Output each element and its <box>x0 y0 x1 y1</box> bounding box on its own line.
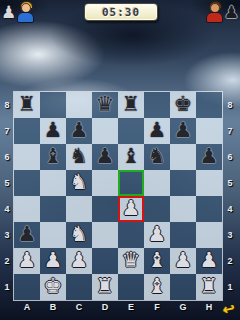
square-b5[interactable] <box>40 170 66 196</box>
undo-button[interactable]: ↩ <box>218 299 239 319</box>
square-b4[interactable] <box>40 196 66 222</box>
piece-white-king: ♚ <box>40 274 66 300</box>
square-f7[interactable]: ♟ <box>144 118 170 144</box>
square-e6[interactable]: ♝ <box>118 144 144 170</box>
square-h4[interactable] <box>196 196 222 222</box>
piece-white-pawn: ♟ <box>196 248 222 274</box>
piece-white-knight: ♞ <box>66 222 92 248</box>
square-c3[interactable]: ♞ <box>66 222 92 248</box>
square-b6[interactable]: ♝ <box>40 144 66 170</box>
piece-black-rook: ♜ <box>14 92 40 118</box>
piece-white-bishop: ♝ <box>144 274 170 300</box>
piece-white-bishop: ♝ <box>144 248 170 274</box>
square-f4[interactable] <box>144 196 170 222</box>
rank-label-2: 2 <box>222 248 238 274</box>
square-g7[interactable]: ♟ <box>170 118 196 144</box>
square-e8[interactable]: ♜ <box>118 92 144 118</box>
square-b2[interactable]: ♟ <box>40 248 66 274</box>
square-a6[interactable] <box>14 144 40 170</box>
square-h1[interactable]: ♜ <box>196 274 222 300</box>
app-screen: ♟ 05:30 ♟ 87654321 ♜♛♜♚♟♟♟♟♝♞♟♝♞♟♞♟♟♞♟♟♟… <box>0 0 240 320</box>
square-e7[interactable] <box>118 118 144 144</box>
square-c8[interactable] <box>66 92 92 118</box>
square-c7[interactable]: ♟ <box>66 118 92 144</box>
piece-white-rook: ♜ <box>92 274 118 300</box>
white-player-group: ♟ <box>1 1 34 23</box>
square-f1[interactable]: ♝ <box>144 274 170 300</box>
square-d1[interactable]: ♜ <box>92 274 118 300</box>
rank-label-2: 2 <box>0 248 14 274</box>
rank-label-6: 6 <box>0 144 14 170</box>
square-e4[interactable]: ♟ <box>118 196 144 222</box>
piece-white-pawn: ♟ <box>144 222 170 248</box>
white-player-avatar <box>17 1 34 23</box>
piece-white-pawn: ♟ <box>14 248 40 274</box>
piece-white-pawn: ♟ <box>170 248 196 274</box>
square-h7[interactable] <box>196 118 222 144</box>
piece-black-rook: ♜ <box>118 92 144 118</box>
piece-white-pawn: ♟ <box>40 248 66 274</box>
rank-label-6: 6 <box>222 144 238 170</box>
file-label-b: B <box>40 300 66 314</box>
chess-board: ♜♛♜♚♟♟♟♟♝♞♟♝♞♟♞♟♟♞♟♟♟♟♛♝♟♟♚♜♝♜ <box>14 92 222 300</box>
square-e2[interactable]: ♛ <box>118 248 144 274</box>
square-d6[interactable]: ♟ <box>92 144 118 170</box>
file-label-c: C <box>66 300 92 314</box>
file-labels: ABCDEFGH <box>14 300 222 314</box>
square-d7[interactable] <box>92 118 118 144</box>
piece-black-king: ♚ <box>170 92 196 118</box>
avatar-shirt <box>206 12 223 23</box>
game-clock: 05:30 <box>84 3 158 21</box>
square-g8[interactable]: ♚ <box>170 92 196 118</box>
piece-black-pawn: ♟ <box>196 144 222 170</box>
rank-label-8: 8 <box>222 92 238 118</box>
square-g6[interactable] <box>170 144 196 170</box>
square-c5[interactable]: ♞ <box>66 170 92 196</box>
file-label-g: G <box>170 300 196 314</box>
square-h5[interactable] <box>196 170 222 196</box>
piece-black-pawn: ♟ <box>14 222 40 248</box>
square-g3[interactable] <box>170 222 196 248</box>
square-a5[interactable] <box>14 170 40 196</box>
piece-black-bishop: ♝ <box>40 144 66 170</box>
rank-label-7: 7 <box>222 118 238 144</box>
piece-black-pawn: ♟ <box>40 118 66 144</box>
square-d2[interactable] <box>92 248 118 274</box>
rank-label-1: 1 <box>222 274 238 300</box>
rank-labels-left: 87654321 <box>0 92 14 300</box>
square-g4[interactable] <box>170 196 196 222</box>
square-d4[interactable] <box>92 196 118 222</box>
rank-label-4: 4 <box>0 196 14 222</box>
square-d5[interactable] <box>92 170 118 196</box>
black-pawn-icon: ♟ <box>224 1 239 23</box>
piece-black-knight: ♞ <box>144 144 170 170</box>
piece-black-knight: ♞ <box>66 144 92 170</box>
square-e3[interactable] <box>118 222 144 248</box>
square-a3[interactable]: ♟ <box>14 222 40 248</box>
square-h8[interactable] <box>196 92 222 118</box>
rank-label-4: 4 <box>222 196 238 222</box>
square-g2[interactable]: ♟ <box>170 248 196 274</box>
square-e1[interactable] <box>118 274 144 300</box>
square-a2[interactable]: ♟ <box>14 248 40 274</box>
square-c2[interactable]: ♟ <box>66 248 92 274</box>
piece-black-pawn: ♟ <box>144 118 170 144</box>
square-b7[interactable]: ♟ <box>40 118 66 144</box>
black-player-group: ♟ <box>206 1 239 23</box>
square-g1[interactable] <box>170 274 196 300</box>
rank-label-5: 5 <box>0 170 14 196</box>
rank-label-8: 8 <box>0 92 14 118</box>
rank-label-7: 7 <box>0 118 14 144</box>
square-f5[interactable] <box>144 170 170 196</box>
file-label-e: E <box>118 300 144 314</box>
piece-white-queen: ♛ <box>118 248 144 274</box>
rank-label-5: 5 <box>222 170 238 196</box>
avatar-shirt <box>17 12 34 23</box>
piece-black-pawn: ♟ <box>66 118 92 144</box>
square-a8[interactable]: ♜ <box>14 92 40 118</box>
square-d8[interactable]: ♛ <box>92 92 118 118</box>
square-g5[interactable] <box>170 170 196 196</box>
file-label-f: F <box>144 300 170 314</box>
piece-white-rook: ♜ <box>196 274 222 300</box>
square-e5[interactable] <box>118 170 144 196</box>
square-a4[interactable] <box>14 196 40 222</box>
square-c4[interactable] <box>66 196 92 222</box>
black-player-avatar <box>206 1 223 23</box>
square-c6[interactable]: ♞ <box>66 144 92 170</box>
piece-black-bishop: ♝ <box>118 144 144 170</box>
rank-label-1: 1 <box>0 274 14 300</box>
undo-arrow-icon: ↩ <box>221 299 237 319</box>
rank-label-3: 3 <box>0 222 14 248</box>
clock-time: 05:30 <box>102 6 140 19</box>
square-a7[interactable] <box>14 118 40 144</box>
file-label-d: D <box>92 300 118 314</box>
square-f2[interactable]: ♝ <box>144 248 170 274</box>
square-b3[interactable] <box>40 222 66 248</box>
square-f6[interactable]: ♞ <box>144 144 170 170</box>
square-c1[interactable] <box>66 274 92 300</box>
piece-white-knight: ♞ <box>66 170 92 196</box>
square-f3[interactable]: ♟ <box>144 222 170 248</box>
square-d3[interactable] <box>92 222 118 248</box>
piece-black-queen: ♛ <box>92 92 118 118</box>
square-a1[interactable] <box>14 274 40 300</box>
piece-white-pawn: ♟ <box>118 196 144 222</box>
square-f8[interactable] <box>144 92 170 118</box>
square-h6[interactable]: ♟ <box>196 144 222 170</box>
square-b8[interactable] <box>40 92 66 118</box>
white-pawn-icon: ♟ <box>1 1 16 23</box>
square-h2[interactable]: ♟ <box>196 248 222 274</box>
rank-label-3: 3 <box>222 222 238 248</box>
rank-labels-right: 87654321 <box>222 92 238 300</box>
square-h3[interactable] <box>196 222 222 248</box>
top-bar: ♟ 05:30 ♟ <box>0 0 240 26</box>
square-b1[interactable]: ♚ <box>40 274 66 300</box>
piece-black-pawn: ♟ <box>170 118 196 144</box>
file-label-a: A <box>14 300 40 314</box>
piece-white-pawn: ♟ <box>66 248 92 274</box>
piece-black-pawn: ♟ <box>92 144 118 170</box>
